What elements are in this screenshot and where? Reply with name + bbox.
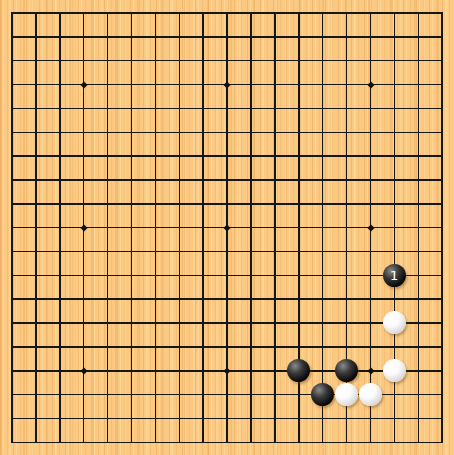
intersection[interactable] [119,216,143,240]
intersection[interactable] [0,263,24,287]
intersection[interactable] [239,1,263,25]
intersection[interactable] [263,168,287,192]
intersection[interactable] [430,25,454,49]
intersection[interactable] [287,73,311,97]
intersection[interactable] [311,239,335,263]
intersection[interactable] [24,1,48,25]
intersection[interactable] [311,96,335,120]
intersection[interactable] [430,120,454,144]
intersection[interactable] [430,49,454,73]
intersection[interactable] [72,430,96,454]
intersection[interactable] [0,430,24,454]
intersection[interactable] [382,383,406,407]
intersection[interactable] [406,168,430,192]
intersection[interactable] [96,120,120,144]
intersection[interactable] [287,216,311,240]
intersection[interactable] [167,120,191,144]
intersection[interactable] [287,359,311,383]
intersection[interactable] [191,287,215,311]
intersection[interactable] [287,49,311,73]
intersection[interactable] [239,359,263,383]
intersection[interactable] [406,263,430,287]
intersection[interactable] [287,383,311,407]
intersection[interactable] [0,335,24,359]
intersection[interactable] [119,73,143,97]
intersection[interactable] [0,1,24,25]
intersection[interactable] [334,96,358,120]
intersection[interactable] [287,96,311,120]
intersection[interactable] [191,73,215,97]
intersection[interactable] [311,25,335,49]
intersection[interactable] [239,383,263,407]
intersection[interactable] [119,239,143,263]
intersection[interactable] [48,1,72,25]
intersection[interactable] [215,216,239,240]
intersection[interactable] [430,96,454,120]
intersection[interactable] [24,96,48,120]
intersection[interactable] [191,120,215,144]
intersection[interactable] [406,25,430,49]
intersection[interactable] [48,216,72,240]
intersection[interactable] [119,383,143,407]
intersection[interactable] [382,120,406,144]
intersection[interactable] [24,144,48,168]
intersection[interactable] [96,383,120,407]
intersection[interactable] [215,406,239,430]
intersection[interactable] [24,216,48,240]
intersection[interactable] [0,406,24,430]
intersection[interactable] [0,359,24,383]
intersection[interactable] [406,49,430,73]
intersection[interactable] [72,96,96,120]
intersection[interactable] [311,263,335,287]
intersection[interactable] [119,1,143,25]
intersection[interactable] [0,239,24,263]
intersection[interactable] [382,25,406,49]
intersection[interactable] [382,144,406,168]
intersection[interactable] [191,1,215,25]
intersection[interactable] [191,406,215,430]
intersection[interactable] [311,73,335,97]
intersection[interactable] [72,168,96,192]
intersection[interactable] [0,49,24,73]
intersection[interactable] [334,144,358,168]
intersection[interactable] [96,239,120,263]
intersection[interactable] [311,359,335,383]
intersection[interactable] [406,430,430,454]
intersection[interactable] [358,430,382,454]
intersection[interactable] [72,144,96,168]
intersection[interactable] [96,49,120,73]
intersection[interactable] [119,311,143,335]
intersection[interactable] [358,311,382,335]
intersection[interactable] [215,144,239,168]
intersection[interactable] [167,73,191,97]
intersection[interactable] [334,25,358,49]
intersection[interactable] [215,287,239,311]
intersection[interactable] [72,263,96,287]
intersection[interactable] [382,287,406,311]
intersection[interactable] [143,359,167,383]
intersection[interactable] [358,359,382,383]
intersection[interactable] [191,335,215,359]
intersection[interactable] [382,192,406,216]
intersection[interactable] [263,73,287,97]
intersection[interactable] [0,73,24,97]
intersection[interactable] [263,120,287,144]
intersection[interactable] [119,168,143,192]
intersection[interactable] [430,335,454,359]
intersection[interactable] [191,96,215,120]
intersection[interactable] [334,406,358,430]
intersection[interactable] [143,263,167,287]
intersection[interactable] [311,168,335,192]
intersection[interactable] [191,430,215,454]
intersection[interactable] [239,406,263,430]
intersection[interactable] [287,263,311,287]
intersection[interactable] [167,168,191,192]
intersection[interactable] [263,1,287,25]
intersection[interactable] [119,287,143,311]
intersection[interactable] [48,335,72,359]
intersection[interactable] [287,430,311,454]
intersection[interactable] [143,383,167,407]
intersection[interactable] [334,216,358,240]
intersection[interactable] [24,49,48,73]
intersection[interactable] [382,73,406,97]
intersection[interactable] [334,287,358,311]
intersection[interactable] [239,49,263,73]
intersection[interactable] [430,359,454,383]
intersection[interactable] [143,430,167,454]
intersection[interactable] [167,335,191,359]
intersection[interactable] [430,287,454,311]
intersection[interactable] [167,406,191,430]
intersection[interactable] [430,311,454,335]
intersection[interactable] [311,430,335,454]
intersection[interactable] [119,192,143,216]
intersection[interactable] [239,168,263,192]
intersection[interactable] [382,406,406,430]
intersection[interactable] [430,1,454,25]
intersection[interactable] [334,430,358,454]
intersection[interactable] [96,216,120,240]
intersection[interactable] [263,287,287,311]
intersection[interactable] [358,406,382,430]
intersection[interactable] [430,430,454,454]
intersection[interactable] [382,168,406,192]
intersection[interactable] [143,311,167,335]
intersection[interactable] [311,311,335,335]
intersection[interactable] [72,335,96,359]
intersection[interactable] [358,192,382,216]
intersection[interactable] [215,383,239,407]
intersection[interactable] [263,192,287,216]
intersection[interactable] [311,144,335,168]
intersection[interactable] [143,1,167,25]
intersection[interactable] [263,311,287,335]
intersection[interactable] [382,216,406,240]
intersection[interactable] [311,192,335,216]
intersection[interactable] [191,192,215,216]
intersection[interactable] [239,73,263,97]
intersection[interactable] [24,73,48,97]
intersection[interactable] [382,335,406,359]
intersection[interactable] [406,216,430,240]
intersection[interactable] [334,311,358,335]
intersection[interactable] [239,192,263,216]
intersection[interactable] [119,96,143,120]
intersection[interactable] [358,96,382,120]
intersection[interactable] [0,216,24,240]
intersection[interactable] [24,192,48,216]
intersection[interactable] [430,263,454,287]
intersection[interactable] [72,73,96,97]
intersection[interactable] [167,1,191,25]
intersection[interactable] [0,192,24,216]
intersection[interactable] [72,1,96,25]
intersection[interactable] [287,335,311,359]
intersection[interactable] [24,239,48,263]
intersection[interactable] [263,335,287,359]
intersection[interactable] [96,144,120,168]
intersection[interactable] [48,49,72,73]
intersection[interactable] [167,192,191,216]
intersection[interactable] [406,73,430,97]
intersection[interactable] [215,311,239,335]
intersection[interactable] [263,216,287,240]
intersection[interactable] [334,73,358,97]
intersection[interactable] [311,49,335,73]
intersection[interactable] [191,144,215,168]
intersection[interactable] [311,216,335,240]
intersection[interactable] [0,311,24,335]
intersection[interactable] [167,239,191,263]
intersection[interactable] [358,168,382,192]
intersection[interactable] [143,49,167,73]
intersection[interactable] [0,120,24,144]
intersection[interactable] [430,239,454,263]
intersection[interactable] [24,287,48,311]
intersection[interactable] [239,239,263,263]
intersection[interactable] [96,25,120,49]
intersection[interactable] [167,263,191,287]
intersection[interactable] [24,120,48,144]
intersection[interactable] [287,287,311,311]
intersection[interactable] [239,430,263,454]
intersection[interactable] [0,383,24,407]
intersection[interactable] [263,25,287,49]
intersection[interactable] [191,359,215,383]
intersection[interactable] [406,383,430,407]
intersection[interactable] [119,359,143,383]
intersection[interactable] [119,144,143,168]
intersection[interactable] [358,216,382,240]
intersection[interactable] [263,144,287,168]
intersection[interactable] [358,49,382,73]
intersection[interactable] [48,383,72,407]
intersection[interactable] [24,383,48,407]
intersection[interactable] [215,1,239,25]
intersection[interactable] [239,287,263,311]
intersection[interactable] [382,359,406,383]
intersection[interactable] [143,406,167,430]
intersection[interactable] [167,49,191,73]
intersection[interactable] [406,1,430,25]
intersection[interactable] [287,406,311,430]
intersection[interactable] [334,359,358,383]
intersection[interactable] [0,144,24,168]
intersection[interactable] [0,287,24,311]
intersection[interactable] [119,430,143,454]
intersection[interactable] [24,335,48,359]
intersection[interactable] [119,406,143,430]
intersection[interactable] [263,239,287,263]
intersection[interactable] [96,430,120,454]
intersection[interactable] [382,430,406,454]
intersection[interactable] [24,263,48,287]
intersection[interactable] [119,335,143,359]
intersection[interactable] [96,192,120,216]
intersection[interactable] [191,383,215,407]
intersection[interactable] [48,263,72,287]
intersection[interactable] [382,96,406,120]
go-board[interactable]: 1 [0,0,454,455]
intersection[interactable] [72,239,96,263]
intersection[interactable] [143,168,167,192]
intersection[interactable] [215,239,239,263]
intersection[interactable] [239,263,263,287]
intersection[interactable] [263,430,287,454]
intersection[interactable] [287,1,311,25]
intersection[interactable] [358,263,382,287]
intersection[interactable] [334,263,358,287]
intersection[interactable] [96,335,120,359]
intersection[interactable] [48,406,72,430]
intersection[interactable] [406,239,430,263]
intersection[interactable] [143,25,167,49]
intersection[interactable] [72,383,96,407]
intersection[interactable] [48,73,72,97]
intersection[interactable] [382,239,406,263]
intersection[interactable] [167,383,191,407]
intersection[interactable] [119,263,143,287]
intersection[interactable] [191,311,215,335]
intersection[interactable] [167,430,191,454]
intersection[interactable] [215,168,239,192]
intersection[interactable] [287,120,311,144]
intersection[interactable] [358,120,382,144]
intersection[interactable] [406,144,430,168]
intersection[interactable] [96,263,120,287]
intersection[interactable] [143,120,167,144]
intersection[interactable] [0,25,24,49]
intersection[interactable] [48,96,72,120]
intersection[interactable] [382,311,406,335]
intersection[interactable] [430,73,454,97]
intersection[interactable] [287,168,311,192]
intersection[interactable] [0,168,24,192]
intersection[interactable] [382,1,406,25]
intersection[interactable]: 1 [382,263,406,287]
intersection[interactable] [96,406,120,430]
intersection[interactable] [48,287,72,311]
intersection[interactable] [263,49,287,73]
intersection[interactable] [263,383,287,407]
intersection[interactable] [334,192,358,216]
intersection[interactable] [215,430,239,454]
intersection[interactable] [430,383,454,407]
intersection[interactable] [215,120,239,144]
intersection[interactable] [358,239,382,263]
intersection[interactable] [24,406,48,430]
intersection[interactable] [215,73,239,97]
intersection[interactable] [24,25,48,49]
intersection[interactable] [287,311,311,335]
intersection[interactable] [215,49,239,73]
intersection[interactable] [72,25,96,49]
intersection[interactable] [167,311,191,335]
intersection[interactable] [311,406,335,430]
intersection[interactable] [191,239,215,263]
intersection[interactable] [358,144,382,168]
intersection[interactable] [24,311,48,335]
intersection[interactable] [358,287,382,311]
intersection[interactable] [191,216,215,240]
intersection[interactable] [215,96,239,120]
intersection[interactable] [143,144,167,168]
intersection[interactable] [263,406,287,430]
intersection[interactable] [406,120,430,144]
intersection[interactable] [215,25,239,49]
intersection[interactable] [334,239,358,263]
intersection[interactable] [287,144,311,168]
intersection[interactable] [334,120,358,144]
intersection[interactable] [0,96,24,120]
intersection[interactable] [119,25,143,49]
intersection[interactable] [119,49,143,73]
intersection[interactable] [239,216,263,240]
intersection[interactable] [48,168,72,192]
intersection[interactable] [406,96,430,120]
intersection[interactable] [167,25,191,49]
intersection[interactable] [406,359,430,383]
intersection[interactable] [143,216,167,240]
intersection[interactable] [358,1,382,25]
intersection[interactable] [263,263,287,287]
intersection[interactable] [215,359,239,383]
intersection[interactable] [96,168,120,192]
intersection[interactable] [72,216,96,240]
intersection[interactable] [96,311,120,335]
intersection[interactable] [143,96,167,120]
intersection[interactable] [143,239,167,263]
intersection[interactable] [334,335,358,359]
intersection[interactable] [311,120,335,144]
intersection[interactable] [48,239,72,263]
intersection[interactable] [143,335,167,359]
intersection[interactable] [239,311,263,335]
intersection[interactable] [334,1,358,25]
intersection[interactable] [430,192,454,216]
intersection[interactable] [311,1,335,25]
intersection[interactable] [143,73,167,97]
intersection[interactable] [143,287,167,311]
intersection[interactable] [48,311,72,335]
intersection[interactable] [72,287,96,311]
intersection[interactable] [167,216,191,240]
intersection[interactable] [48,192,72,216]
